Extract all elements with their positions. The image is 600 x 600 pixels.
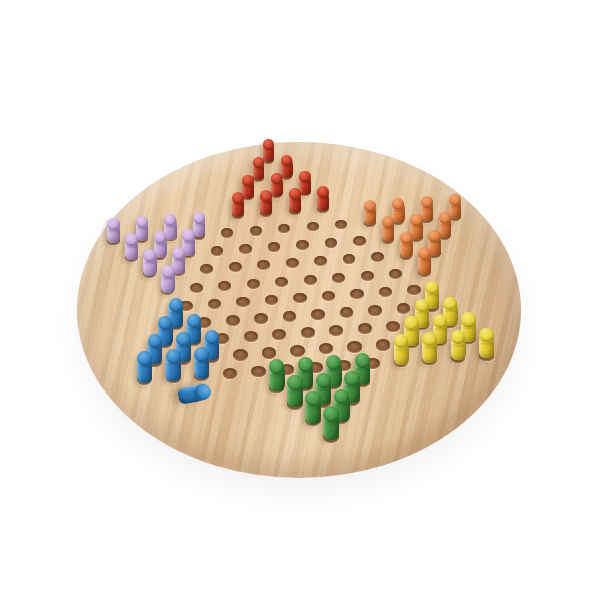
peg-green-r14c0[interactable]	[287, 375, 303, 407]
peg-red-r1c1[interactable]	[281, 155, 293, 178]
hole-r4c4[interactable]	[221, 228, 233, 238]
hole-r6c8[interactable]	[371, 252, 384, 262]
hole-r6c7[interactable]	[343, 254, 356, 264]
hole-r9c2[interactable]	[226, 315, 240, 326]
hole-r5c8[interactable]	[353, 236, 365, 246]
hole-r10c7[interactable]	[358, 323, 372, 334]
peg-orange-r4c10[interactable]	[392, 199, 404, 224]
peg-orange-r4c12[interactable]	[449, 195, 461, 220]
hole-r8c3[interactable]	[265, 295, 279, 306]
peg-green-r15c0[interactable]	[305, 391, 321, 424]
peg-orange-r5c9[interactable]	[382, 216, 395, 242]
hole-r6c6[interactable]	[314, 256, 327, 266]
hole-r8c4[interactable]	[293, 293, 307, 304]
hole-r7c1[interactable]	[190, 283, 203, 293]
hole-r10c3[interactable]	[244, 331, 258, 342]
hole-r5c3[interactable]	[211, 246, 224, 256]
peg-red-r2c1[interactable]	[271, 173, 283, 197]
peg-red-r3c3[interactable]	[317, 187, 329, 211]
hole-r4c7[interactable]	[307, 222, 319, 231]
peg-red-r2c0[interactable]	[242, 175, 254, 199]
peg-blue-r12c2[interactable]	[194, 348, 210, 379]
hole-r8c1[interactable]	[208, 299, 222, 310]
hole-r5c5[interactable]	[268, 242, 281, 252]
hole-r11c3[interactable]	[233, 349, 248, 360]
hole-r8c6[interactable]	[350, 289, 363, 299]
hole-r12c4[interactable]	[251, 366, 266, 378]
hole-r10c4[interactable]	[272, 329, 286, 340]
hole-r10c5[interactable]	[301, 327, 315, 338]
peg-red-r2c2[interactable]	[299, 171, 311, 195]
hole-r12c3[interactable]	[223, 368, 238, 380]
peg-orange-r6c9[interactable]	[400, 232, 413, 258]
peg-orange-r7c9[interactable]	[418, 248, 431, 275]
hole-r5c6[interactable]	[296, 240, 308, 250]
hole-r7c7[interactable]	[361, 271, 374, 281]
peg-red-r0c0[interactable]	[263, 139, 274, 161]
hole-r4c5[interactable]	[250, 226, 262, 236]
hole-r7c4[interactable]	[275, 277, 288, 287]
peg-lavender-r6c0[interactable]	[143, 249, 157, 276]
product-photo	[0, 0, 600, 600]
peg-lavender-r7c0[interactable]	[161, 265, 175, 293]
hole-r5c7[interactable]	[325, 238, 337, 248]
hole-r5c4[interactable]	[239, 244, 252, 254]
hole-r11c8[interactable]	[376, 339, 390, 350]
peg-red-r1c0[interactable]	[253, 157, 265, 180]
peg-green-r13c0[interactable]	[269, 360, 285, 392]
peg-blue-r12c0[interactable]	[137, 351, 153, 382]
hole-r8c2[interactable]	[236, 297, 250, 308]
hole-r11c6[interactable]	[319, 343, 333, 354]
hole-r8c5[interactable]	[322, 291, 335, 301]
hole-r6c3[interactable]	[229, 262, 242, 272]
hole-r4c6[interactable]	[278, 224, 290, 233]
peg-lavender-r5c0[interactable]	[125, 234, 138, 260]
hole-r11c5[interactable]	[290, 345, 305, 356]
hole-r7c6[interactable]	[332, 273, 345, 283]
hole-r9c4[interactable]	[283, 311, 297, 322]
peg-orange-r4c9[interactable]	[364, 201, 377, 226]
hole-r9c6[interactable]	[340, 307, 354, 318]
hole-r6c5[interactable]	[286, 258, 299, 268]
hole-r6c2[interactable]	[200, 264, 213, 274]
hole-r7c2[interactable]	[218, 281, 231, 291]
hole-r9c7[interactable]	[368, 305, 382, 316]
hole-r9c5[interactable]	[311, 309, 325, 320]
hole-r7c3[interactable]	[247, 279, 260, 289]
peg-yellow-r12c12[interactable]	[479, 328, 494, 358]
hole-r8c7[interactable]	[379, 287, 392, 297]
hole-r10c6[interactable]	[329, 325, 343, 336]
peg-red-r3c1[interactable]	[260, 191, 272, 216]
hole-r11c4[interactable]	[262, 347, 277, 358]
hole-r8c8[interactable]	[407, 285, 420, 295]
hole-r7c5[interactable]	[304, 275, 317, 285]
peg-yellow-r12c9[interactable]	[394, 334, 409, 365]
hole-r7c8[interactable]	[389, 269, 402, 279]
hole-r6c4[interactable]	[257, 260, 270, 270]
peg-green-r16c0[interactable]	[323, 407, 340, 441]
holes-and-pegs-layer	[0, 0, 600, 600]
hole-r9c3[interactable]	[254, 313, 268, 324]
peg-red-r3c0[interactable]	[232, 193, 244, 218]
peg-lavender-r4c0[interactable]	[107, 218, 120, 244]
peg-yellow-r12c10[interactable]	[422, 332, 437, 362]
fallen-blue-peg[interactable]	[176, 383, 212, 405]
peg-red-r3c2[interactable]	[289, 189, 301, 213]
hole-r4c8[interactable]	[335, 220, 347, 229]
peg-yellow-r12c11[interactable]	[451, 330, 466, 360]
hole-r11c7[interactable]	[347, 341, 361, 352]
peg-blue-r12c1[interactable]	[165, 350, 181, 381]
hole-r9c8[interactable]	[397, 303, 411, 314]
hole-r10c8[interactable]	[386, 321, 400, 332]
